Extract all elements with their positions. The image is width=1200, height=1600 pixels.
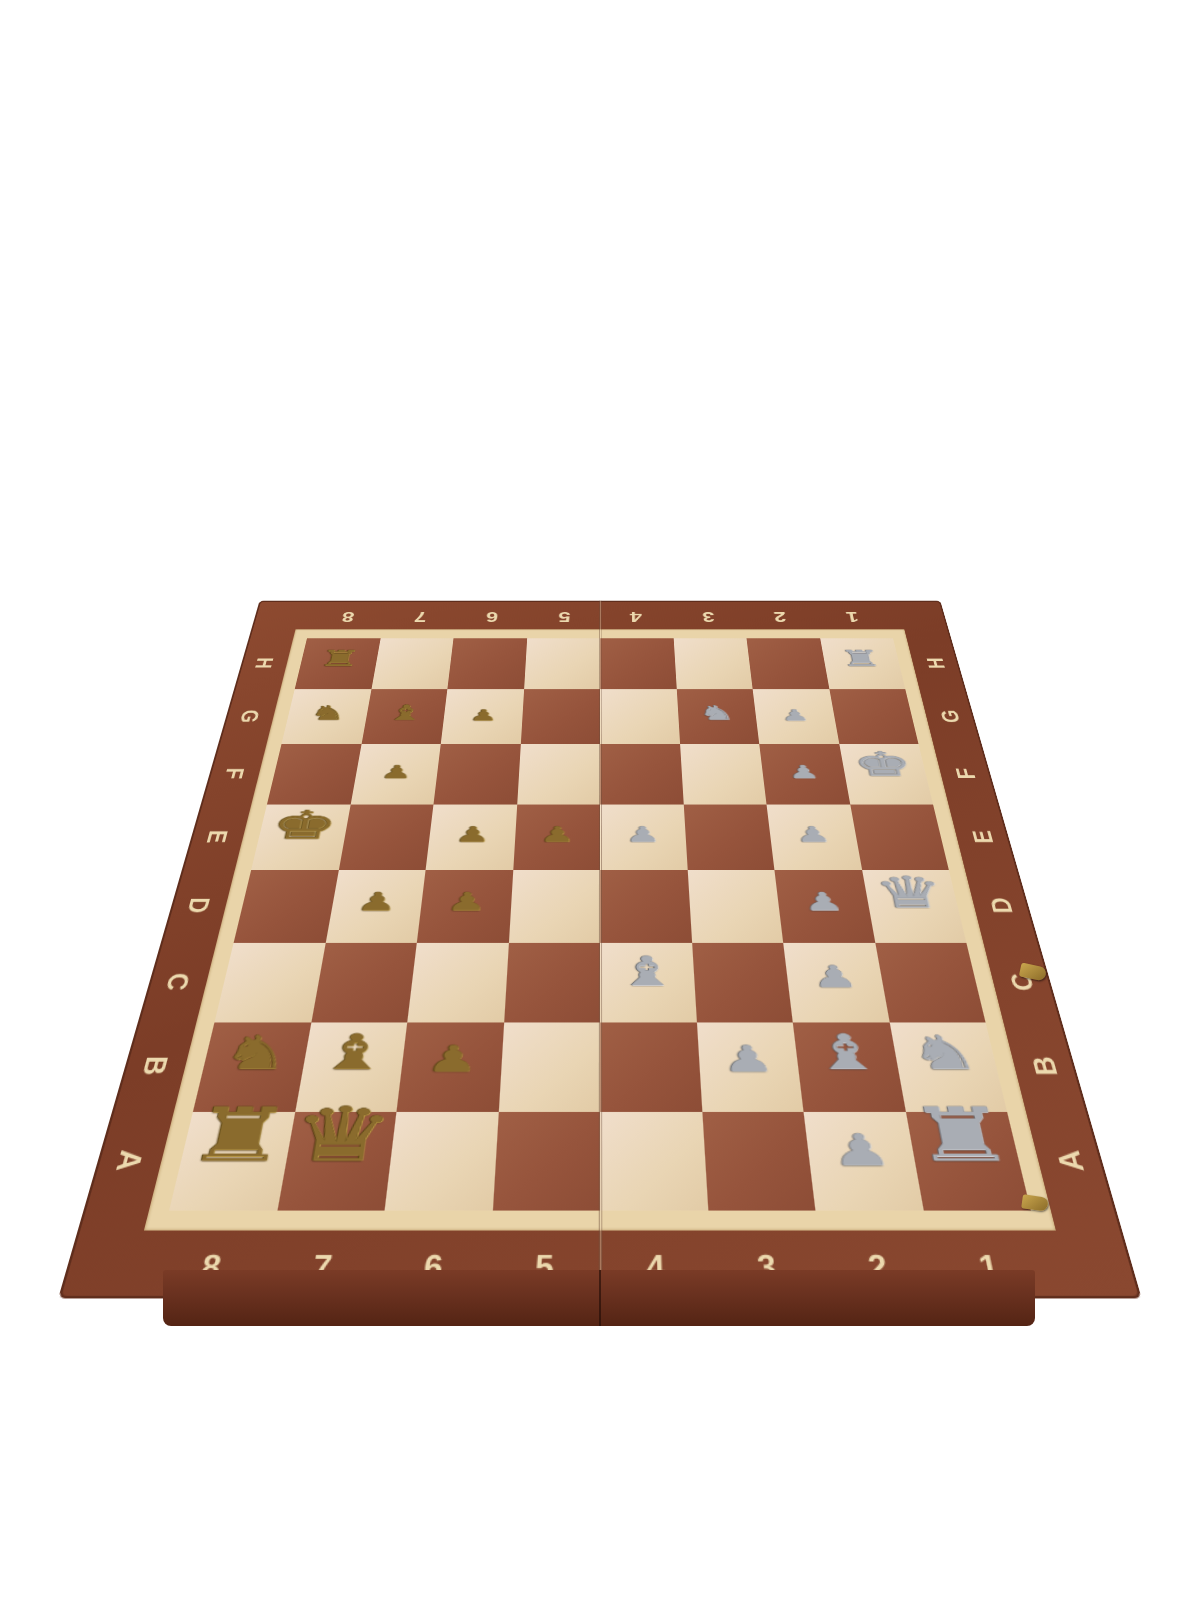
square-g5[interactable] [520, 689, 600, 744]
silver-bishop-c4[interactable]: ♝ [609, 951, 685, 991]
square-a5[interactable] [492, 1111, 600, 1210]
file-label-left-E: E [170, 825, 261, 848]
gold-pawn-g6[interactable]: ♟ [466, 707, 501, 722]
file-label-left-G: G [207, 706, 290, 725]
gold-knight-g8[interactable]: ♞ [304, 703, 352, 723]
chess-board-3d: ♜♜♞♝♟♞♟♟♟♚♚♟♟♟♟♟♟♟♛♝♟♞♝♟♟♝♞♜♛♟♜ 88776655… [58, 601, 1142, 1299]
file-label-right-F: F [923, 763, 1010, 784]
product-photo-stage: ♜♜♞♝♟♞♟♟♟♚♚♟♟♟♟♟♟♟♛♝♟♞♝♟♟♝♞♜♛♟♜ 88776655… [0, 0, 1200, 1600]
square-e2[interactable]: ♟ [766, 804, 861, 870]
box-front-edge [163, 1270, 1035, 1326]
square-f6[interactable] [434, 744, 521, 804]
square-g7[interactable]: ♝ [361, 689, 447, 744]
square-h4[interactable] [600, 638, 676, 689]
square-g8[interactable]: ♞ [281, 689, 371, 744]
square-d4[interactable] [600, 870, 692, 942]
gold-queen-a7[interactable]: ♛ [272, 1097, 409, 1172]
square-e5[interactable]: ♟ [513, 804, 600, 870]
gold-pawn-b6[interactable]: ♟ [419, 1040, 485, 1076]
silver-knight-b1[interactable]: ♞ [898, 1030, 990, 1077]
file-label-right-E: E [938, 825, 1029, 848]
silver-pawn-f2[interactable]: ♟ [783, 763, 823, 781]
square-g2[interactable]: ♟ [753, 689, 839, 744]
gold-knight-b8[interactable]: ♞ [209, 1030, 301, 1077]
square-a6[interactable] [385, 1111, 499, 1210]
board-scene: ♜♜♞♝♟♞♟♟♟♚♚♟♟♟♟♟♟♟♛♝♟♞♝♟♟♝♞♜♛♟♜ 88776655… [0, 310, 1200, 1210]
square-e8[interactable]: ♚ [251, 804, 350, 870]
square-e7[interactable] [338, 804, 433, 870]
square-e6[interactable]: ♟ [426, 804, 517, 870]
gold-pawn-d7[interactable]: ♟ [351, 889, 403, 914]
square-e3[interactable] [683, 804, 774, 870]
rank-label-far-3: 3 [671, 608, 745, 625]
square-b6[interactable]: ♟ [397, 1022, 504, 1111]
square-f2[interactable]: ♟ [759, 744, 849, 804]
gold-king-e8[interactable]: ♚ [260, 805, 348, 844]
rank-label-far-4: 4 [600, 608, 672, 625]
silver-pawn-d2[interactable]: ♟ [797, 889, 849, 914]
square-h3[interactable] [673, 638, 752, 689]
silver-bishop-b2[interactable]: ♝ [800, 1028, 893, 1077]
square-d7[interactable]: ♟ [325, 870, 425, 942]
silver-queen-d1[interactable]: ♛ [864, 871, 958, 914]
rank-label-far-6: 6 [455, 608, 529, 625]
file-label-right-G: G [910, 706, 993, 725]
square-h6[interactable] [447, 638, 526, 689]
box-front-split [599, 1270, 601, 1326]
square-d5[interactable] [508, 870, 600, 942]
gold-pawn-f7[interactable]: ♟ [377, 763, 417, 781]
gold-rook-h8[interactable]: ♜ [311, 647, 366, 669]
rank-label-far-8: 8 [310, 608, 386, 625]
gold-bishop-g7[interactable]: ♝ [381, 702, 430, 723]
square-h5[interactable] [524, 638, 600, 689]
square-h7[interactable] [371, 638, 453, 689]
square-d2[interactable]: ♟ [774, 870, 874, 942]
silver-pawn-a2[interactable]: ♟ [821, 1128, 900, 1171]
square-h1[interactable]: ♜ [820, 638, 905, 689]
rank-label-far-7: 7 [383, 608, 458, 625]
square-f5[interactable] [517, 744, 600, 804]
square-b4[interactable] [600, 1022, 702, 1111]
file-label-left-H: H [223, 654, 303, 672]
file-label-left-F: F [190, 763, 277, 784]
square-a2[interactable]: ♟ [803, 1111, 923, 1210]
square-e4[interactable]: ♟ [600, 804, 687, 870]
square-a4[interactable] [600, 1111, 708, 1210]
square-d3[interactable] [687, 870, 783, 942]
gold-bishop-b7[interactable]: ♝ [308, 1028, 401, 1077]
square-b3[interactable]: ♟ [696, 1022, 803, 1111]
square-b8[interactable]: ♞ [193, 1022, 311, 1111]
rank-label-far-5: 5 [528, 608, 600, 625]
square-g3[interactable]: ♞ [676, 689, 759, 744]
silver-knight-g3[interactable]: ♞ [694, 703, 740, 723]
square-g6[interactable]: ♟ [441, 689, 524, 744]
gold-pawn-d6[interactable]: ♟ [441, 889, 492, 914]
square-a7[interactable]: ♛ [277, 1111, 397, 1210]
square-d6[interactable]: ♟ [417, 870, 513, 942]
gold-pawn-e5[interactable]: ♟ [536, 823, 579, 844]
silver-pawn-g2[interactable]: ♟ [777, 707, 813, 722]
square-d8[interactable] [234, 870, 339, 942]
gold-pawn-e6[interactable]: ♟ [450, 823, 495, 844]
file-label-right-H: H [897, 654, 977, 672]
square-g4[interactable] [600, 689, 680, 744]
square-f3[interactable] [680, 744, 767, 804]
silver-pawn-e2[interactable]: ♟ [790, 823, 836, 844]
square-f8[interactable] [267, 744, 361, 804]
silver-king-f1[interactable]: ♚ [844, 747, 922, 780]
square-f7[interactable]: ♟ [350, 744, 440, 804]
silver-rook-h1[interactable]: ♜ [833, 647, 888, 669]
silver-pawn-b3[interactable]: ♟ [715, 1040, 781, 1076]
square-a3[interactable] [702, 1111, 816, 1210]
rank-label-far-2: 2 [743, 608, 818, 625]
square-h8[interactable]: ♜ [295, 638, 380, 689]
silver-pawn-e4[interactable]: ♟ [621, 823, 664, 844]
square-f1[interactable]: ♚ [839, 744, 933, 804]
square-f4[interactable] [600, 744, 683, 804]
square-b5[interactable] [498, 1022, 600, 1111]
square-b7[interactable]: ♝ [295, 1022, 407, 1111]
square-g1[interactable] [829, 689, 919, 744]
square-h2[interactable] [747, 638, 829, 689]
rank-label-far-1: 1 [814, 608, 890, 625]
square-b2[interactable]: ♝ [793, 1022, 905, 1111]
square-e1[interactable] [850, 804, 949, 870]
square-d1[interactable]: ♛ [862, 870, 967, 942]
